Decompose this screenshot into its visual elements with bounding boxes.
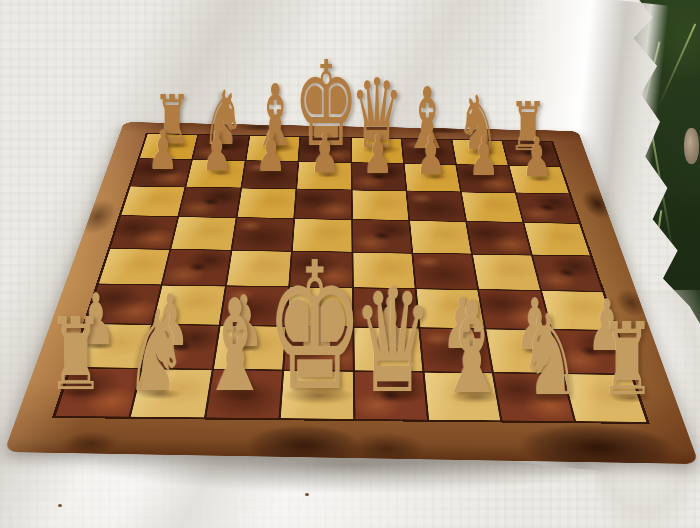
photo-scene: ♜♞♝♚♛♝♞♜♟♟♟♟♟♟♟♟♟♟♟♟♟♟♟♟♜♞♝♚♛♝♞♜ xyxy=(0,0,700,528)
piece-white-pawn-a2[interactable]: ♟ xyxy=(537,179,585,233)
plant-stem xyxy=(648,210,663,299)
piece-black-rook-a8[interactable]: ♜ xyxy=(627,398,700,498)
stone xyxy=(684,128,699,164)
speck xyxy=(58,504,62,507)
